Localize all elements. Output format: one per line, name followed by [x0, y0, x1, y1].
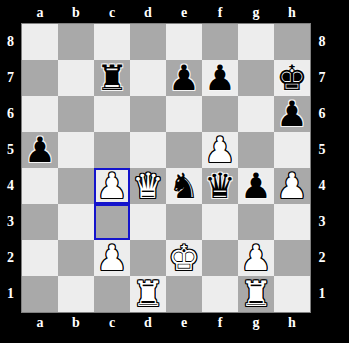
square-b4[interactable] [58, 168, 94, 204]
square-g2[interactable]: ♟ [238, 240, 274, 276]
square-f3[interactable] [202, 204, 238, 240]
square-a4[interactable] [22, 168, 58, 204]
square-e1[interactable] [166, 276, 202, 312]
white-rook-d1[interactable]: ♜ [132, 276, 163, 312]
square-b7[interactable] [58, 60, 94, 96]
rank-label-7: 7 [310, 60, 334, 96]
white-pawn-h4[interactable]: ♟ [276, 168, 307, 204]
square-d5[interactable] [130, 132, 166, 168]
file-labels-bottom: a b c d e f g h [22, 314, 310, 332]
square-h2[interactable] [274, 240, 310, 276]
square-g3[interactable] [238, 204, 274, 240]
square-a7[interactable] [22, 60, 58, 96]
file-label-d: d [130, 4, 166, 22]
rank-label-6: 6 [0, 96, 21, 132]
square-f5[interactable]: ♟ [202, 132, 238, 168]
square-f6[interactable] [202, 96, 238, 132]
square-c8[interactable] [94, 24, 130, 60]
square-g4[interactable]: ♟ [238, 168, 274, 204]
black-pawn-h6[interactable]: ♟ [276, 96, 307, 132]
file-label-d: d [130, 314, 166, 332]
file-label-c: c [94, 4, 130, 22]
square-e3[interactable] [166, 204, 202, 240]
rank-label-2: 2 [0, 240, 21, 276]
square-c3[interactable] [94, 204, 130, 240]
rank-label-6: 6 [310, 96, 334, 132]
black-knight-e4[interactable]: ♞ [168, 168, 199, 204]
square-d1[interactable]: ♜ [130, 276, 166, 312]
square-g5[interactable] [238, 132, 274, 168]
square-g6[interactable] [238, 96, 274, 132]
square-c6[interactable] [94, 96, 130, 132]
square-h5[interactable] [274, 132, 310, 168]
rank-label-8: 8 [310, 24, 334, 60]
chess-board-app: a b c d e f g h 8 7 6 5 4 3 2 1 ♜♟♟♚♟♟♟♟… [0, 0, 349, 343]
white-pawn-g2[interactable]: ♟ [240, 240, 271, 276]
square-d3[interactable] [130, 204, 166, 240]
white-pawn-c4[interactable]: ♟ [96, 168, 127, 204]
square-e8[interactable] [166, 24, 202, 60]
square-b5[interactable] [58, 132, 94, 168]
file-label-g: g [238, 4, 274, 22]
square-g7[interactable] [238, 60, 274, 96]
square-e7[interactable]: ♟ [166, 60, 202, 96]
square-h8[interactable] [274, 24, 310, 60]
rank-label-1: 1 [0, 276, 21, 312]
square-b6[interactable] [58, 96, 94, 132]
chess-board: ♜♟♟♚♟♟♟♟♛♞♛♟♟♟♚♟♜♜ [21, 23, 311, 313]
square-e5[interactable] [166, 132, 202, 168]
square-e6[interactable] [166, 96, 202, 132]
square-e2[interactable]: ♚ [166, 240, 202, 276]
square-c5[interactable] [94, 132, 130, 168]
square-a2[interactable] [22, 240, 58, 276]
file-label-e: e [166, 4, 202, 22]
square-h3[interactable] [274, 204, 310, 240]
square-e4[interactable]: ♞ [166, 168, 202, 204]
rank-label-5: 5 [310, 132, 334, 168]
square-h1[interactable] [274, 276, 310, 312]
white-pawn-f5[interactable]: ♟ [204, 132, 235, 168]
black-pawn-a5[interactable]: ♟ [24, 132, 55, 168]
square-f1[interactable] [202, 276, 238, 312]
white-queen-d4[interactable]: ♛ [132, 168, 163, 204]
file-label-a: a [22, 4, 58, 22]
square-h4[interactable]: ♟ [274, 168, 310, 204]
black-pawn-f7[interactable]: ♟ [204, 60, 235, 96]
file-label-c: c [94, 314, 130, 332]
black-rook-c7[interactable]: ♜ [96, 60, 127, 96]
square-h6[interactable]: ♟ [274, 96, 310, 132]
square-c2[interactable]: ♟ [94, 240, 130, 276]
square-c4[interactable]: ♟ [94, 168, 130, 204]
file-label-h: h [274, 314, 310, 332]
square-h7[interactable]: ♚ [274, 60, 310, 96]
file-labels-top: a b c d e f g h [22, 4, 310, 22]
square-c7[interactable]: ♜ [94, 60, 130, 96]
square-d7[interactable] [130, 60, 166, 96]
rank-label-4: 4 [0, 168, 21, 204]
square-a6[interactable] [22, 96, 58, 132]
rank-labels-right: 8 7 6 5 4 3 2 1 [310, 24, 334, 312]
rank-label-3: 3 [310, 204, 334, 240]
square-a3[interactable] [22, 204, 58, 240]
rank-label-8: 8 [0, 24, 21, 60]
black-king-h7[interactable]: ♚ [276, 60, 307, 96]
rank-label-4: 4 [310, 168, 334, 204]
file-label-a: a [22, 314, 58, 332]
black-pawn-e7[interactable]: ♟ [168, 60, 199, 96]
square-b8[interactable] [58, 24, 94, 60]
rank-label-1: 1 [310, 276, 334, 312]
white-king-e2[interactable]: ♚ [168, 240, 199, 276]
square-a5[interactable]: ♟ [22, 132, 58, 168]
square-b1[interactable] [58, 276, 94, 312]
file-label-e: e [166, 314, 202, 332]
file-label-b: b [58, 314, 94, 332]
white-rook-g1[interactable]: ♜ [240, 276, 271, 312]
rank-label-3: 3 [0, 204, 21, 240]
square-b3[interactable] [58, 204, 94, 240]
square-f7[interactable]: ♟ [202, 60, 238, 96]
rank-label-2: 2 [310, 240, 334, 276]
square-f8[interactable] [202, 24, 238, 60]
file-label-h: h [274, 4, 310, 22]
square-d8[interactable] [130, 24, 166, 60]
square-f4[interactable]: ♛ [202, 168, 238, 204]
square-a8[interactable] [22, 24, 58, 60]
square-a1[interactable] [22, 276, 58, 312]
file-label-g: g [238, 314, 274, 332]
rank-labels-left: 8 7 6 5 4 3 2 1 [0, 24, 21, 312]
white-pawn-c2[interactable]: ♟ [96, 240, 127, 276]
square-d4[interactable]: ♛ [130, 168, 166, 204]
rank-label-5: 5 [0, 132, 21, 168]
file-label-f: f [202, 314, 238, 332]
square-d6[interactable] [130, 96, 166, 132]
black-pawn-g4[interactable]: ♟ [240, 168, 271, 204]
square-g8[interactable] [238, 24, 274, 60]
square-b2[interactable] [58, 240, 94, 276]
square-d2[interactable] [130, 240, 166, 276]
square-c1[interactable] [94, 276, 130, 312]
square-f2[interactable] [202, 240, 238, 276]
file-label-f: f [202, 4, 238, 22]
rank-label-7: 7 [0, 60, 21, 96]
black-queen-f4[interactable]: ♛ [204, 168, 235, 204]
square-g1[interactable]: ♜ [238, 276, 274, 312]
file-label-b: b [58, 4, 94, 22]
